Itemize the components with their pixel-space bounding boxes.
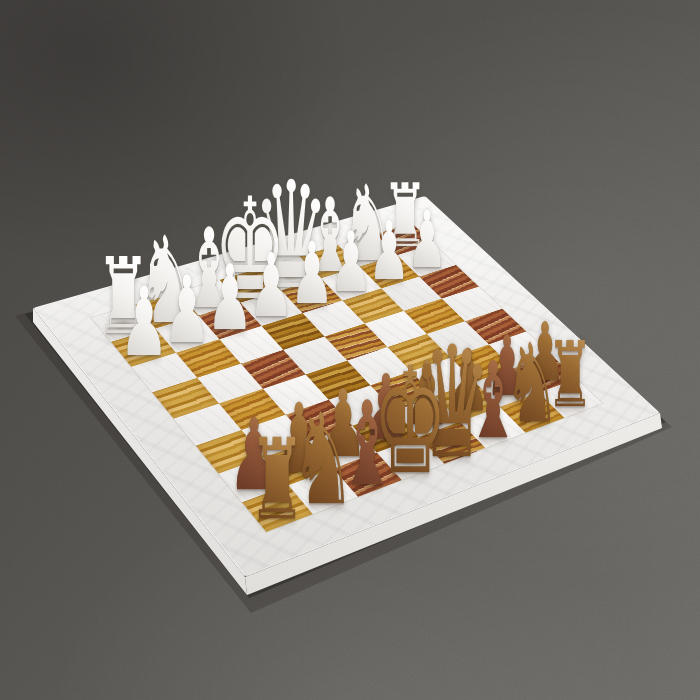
- piece-white-pawn-f2[interactable]: ♟: [207, 253, 254, 343]
- piece-white-pawn-e2[interactable]: ♟: [249, 242, 295, 330]
- piece-white-pawn-c2[interactable]: ♟: [329, 221, 372, 304]
- piece-white-pawn-b2[interactable]: ♟: [368, 211, 410, 292]
- pieces-layer: ♜♞♝♛♚♝♞♜♟♟♟♟♟♟♟♟♟♟♟♟♟♟♟♟♜♞♝♛♚♝♞♜: [0, 0, 700, 700]
- piece-white-pawn-h2[interactable]: ♟: [119, 276, 169, 372]
- piece-white-pawn-d2[interactable]: ♟: [290, 231, 334, 317]
- piece-brown-rook-h8[interactable]: ♜: [249, 425, 307, 536]
- piece-white-pawn-a2[interactable]: ♟: [406, 201, 447, 280]
- piece-white-pawn-g2[interactable]: ♟: [163, 264, 211, 357]
- product-photo-scene: ♜♞♝♛♚♝♞♜♟♟♟♟♟♟♟♟♟♟♟♟♟♟♟♟♜♞♝♛♚♝♞♜: [0, 0, 700, 700]
